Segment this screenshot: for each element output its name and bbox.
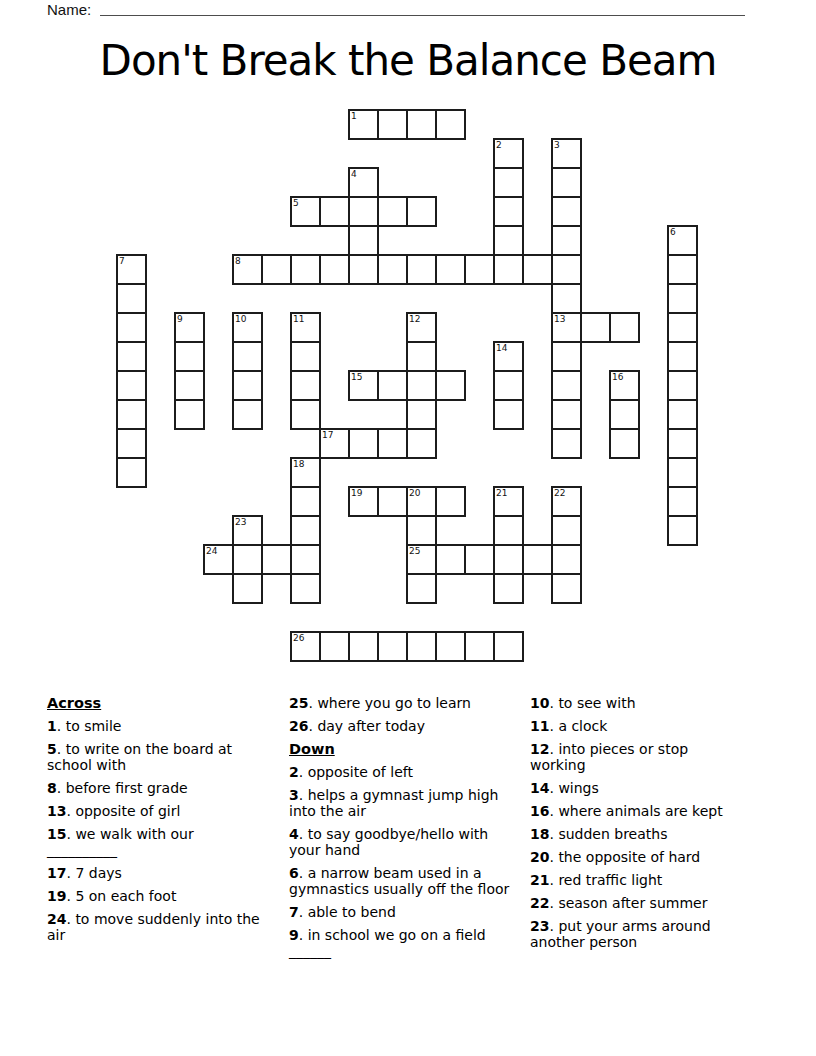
grid-cell-r3-c13[interactable] [493,196,524,227]
clue-across-24: 24. to move suddenly into the air [47,911,261,943]
grid-cell-r15-c11[interactable] [435,544,466,575]
grid-cell-r13-c11[interactable] [435,486,466,517]
grid-cell-r7-c15[interactable]: 13 [551,312,582,343]
grid-cell-r14-c13[interactable] [493,515,524,546]
grid-cell-r11-c8[interactable] [348,428,379,459]
grid-cell-r7-c19[interactable] [667,312,698,343]
grid-cell-r3-c9[interactable] [377,196,408,227]
cell-number: 16 [612,372,623,382]
grid-cell-r10-c0[interactable] [116,399,147,430]
clue-number: 16 [530,803,549,819]
grid-cell-r4-c13[interactable] [493,225,524,256]
cell-number: 7 [119,256,125,266]
cell-number: 19 [351,488,362,498]
grid-cell-r4-c15[interactable] [551,225,582,256]
grid-cell-r5-c11[interactable] [435,254,466,285]
cell-number: 6 [670,227,676,237]
grid-cell-r5-c14[interactable] [522,254,553,285]
grid-cell-r18-c12[interactable] [464,631,495,662]
cell-number: 14 [496,343,507,353]
cell-number: 21 [496,488,507,498]
clue-text: . before first grade [57,780,188,796]
clue-text: . we walk with our __________ [47,826,194,858]
grid-cell-r0-c9[interactable] [377,109,408,140]
clue-number: 24 [47,911,66,927]
clue-text: . 5 on each foot [66,888,176,904]
grid-cell-r15-c10[interactable]: 25 [406,544,437,575]
clue-text: . able to bend [299,904,396,920]
cell-number: 25 [409,546,420,556]
clue-down-6: 6. a narrow beam used in a gymnastics us… [289,865,517,897]
cell-number: 18 [293,459,304,469]
grid-cell-r16-c13[interactable] [493,573,524,604]
grid-cell-r8-c15[interactable] [551,341,582,372]
clue-down-2: 2. opposite of left [289,764,517,780]
cell-number: 23 [235,517,246,527]
grid-cell-r18-c13[interactable] [493,631,524,662]
grid-cell-r13-c13[interactable]: 21 [493,486,524,517]
cell-number: 11 [293,314,304,324]
grid-cell-r5-c10[interactable] [406,254,437,285]
grid-cell-r9-c15[interactable] [551,370,582,401]
grid-cell-r15-c5[interactable] [261,544,292,575]
grid-cell-r6-c19[interactable] [667,283,698,314]
clue-down-14: 14. wings [530,780,725,796]
clue-down-12: 12. into pieces or stop working [530,741,725,773]
clue-number: 3 [289,787,299,803]
grid-cell-r9-c0[interactable] [116,370,147,401]
grid-cell-r8-c2[interactable] [174,341,205,372]
grid-cell-r11-c10[interactable] [406,428,437,459]
grid-cell-r10-c10[interactable] [406,399,437,430]
grid-cell-r10-c2[interactable] [174,399,205,430]
clue-across-8: 8. before first grade [47,780,261,796]
clue-number: 14 [530,780,549,796]
grid-cell-r5-c7[interactable] [319,254,350,285]
grid-cell-r15-c15[interactable] [551,544,582,575]
grid-cell-r7-c0[interactable] [116,312,147,343]
grid-cell-r13-c8[interactable]: 19 [348,486,379,517]
cell-number: 9 [177,314,183,324]
grid-cell-r11-c9[interactable] [377,428,408,459]
cell-number: 3 [554,140,560,150]
grid-cell-r18-c7[interactable] [319,631,350,662]
grid-cell-r18-c10[interactable] [406,631,437,662]
clue-text: . 7 days [66,865,121,881]
cell-number: 2 [496,140,502,150]
grid-cell-r14-c4[interactable]: 23 [232,515,263,546]
grid-cell-r2-c8[interactable]: 4 [348,167,379,198]
grid-cell-r18-c9[interactable] [377,631,408,662]
grid-cell-r8-c19[interactable] [667,341,698,372]
grid-cell-r12-c0[interactable] [116,457,147,488]
clue-number: 8 [47,780,57,796]
clue-text: . to smile [57,718,122,734]
grid-cell-r18-c6[interactable]: 26 [290,631,321,662]
clue-number: 1 [47,718,57,734]
clue-number: 17 [47,865,66,881]
clue-text: . sudden breaths [549,826,667,842]
grid-cell-r6-c15[interactable] [551,283,582,314]
grid-cell-r9-c9[interactable] [377,370,408,401]
cell-number: 8 [235,256,241,266]
name-label: Name: [47,1,91,18]
clue-text: . wings [549,780,598,796]
clue-text: . to move suddenly into the air [47,911,260,943]
grid-cell-r15-c13[interactable] [493,544,524,575]
grid-cell-r7-c4[interactable]: 10 [232,312,263,343]
cell-number: 12 [409,314,420,324]
grid-cell-r11-c15[interactable] [551,428,582,459]
grid-cell-r8-c0[interactable] [116,341,147,372]
clue-across-17: 17. 7 days [47,865,261,881]
grid-cell-r5-c5[interactable] [261,254,292,285]
grid-cell-r3-c10[interactable] [406,196,437,227]
name-line[interactable] [100,15,745,16]
clue-text: . a narrow beam used in a gymnastics usu… [289,865,509,897]
grid-cell-r11-c17[interactable] [609,428,640,459]
clue-number: 25 [289,695,308,711]
grid-cell-r9-c19[interactable] [667,370,698,401]
grid-cell-r9-c4[interactable] [232,370,263,401]
grid-cell-r16-c4[interactable] [232,573,263,604]
grid-cell-r7-c10[interactable]: 12 [406,312,437,343]
clues-column-3: 10. to see with11. a clock12. into piece… [530,695,725,957]
cell-number: 22 [554,488,565,498]
grid-cell-r8-c6[interactable] [290,341,321,372]
clue-text: . opposite of girl [66,803,180,819]
crossword-grid: 1234567891011121314151617181920212223242… [117,110,697,661]
clue-number: 13 [47,803,66,819]
clue-text: . in school we go on a field ______ [289,927,486,959]
clue-text: . day after today [308,718,424,734]
grid-cell-r10-c4[interactable] [232,399,263,430]
grid-cell-r7-c6[interactable]: 11 [290,312,321,343]
grid-cell-r14-c15[interactable] [551,515,582,546]
grid-cell-r10-c15[interactable] [551,399,582,430]
grid-cell-r16-c15[interactable] [551,573,582,604]
clues-column-1: Across1. to smile5. to write on the boar… [47,695,261,950]
grid-cell-r8-c13[interactable]: 14 [493,341,524,372]
cell-number: 26 [293,633,304,643]
grid-cell-r3-c6[interactable]: 5 [290,196,321,227]
grid-cell-r6-c0[interactable] [116,283,147,314]
clue-text: . where animals are kept [549,803,722,819]
clue-text: . a clock [549,718,607,734]
grid-cell-r15-c4[interactable] [232,544,263,575]
cell-number: 10 [235,314,246,324]
clue-number: 4 [289,826,299,842]
clues-column-2: 25. where you go to learn26. day after t… [289,695,517,966]
clue-number: 12 [530,741,549,757]
clue-number: 6 [289,865,299,881]
clue-down-11: 11. a clock [530,718,725,734]
grid-cell-r5-c6[interactable] [290,254,321,285]
clue-text: . season after summer [549,895,707,911]
clue-text: . to say goodbye/hello with your hand [289,826,488,858]
grid-cell-r9-c13[interactable] [493,370,524,401]
clue-number: 19 [47,888,66,904]
clue-text: . into pieces or stop working [530,741,688,773]
clue-text: . the opposite of hard [549,849,700,865]
clue-across-26: 26. day after today [289,718,517,734]
grid-cell-r14-c19[interactable] [667,515,698,546]
clue-across-25: 25. where you go to learn [289,695,517,711]
down-heading: Down [289,741,517,757]
clue-text: . to write on the board at school with [47,741,232,773]
clue-number: 2 [289,764,299,780]
grid-cell-r9-c8[interactable]: 15 [348,370,379,401]
clue-across-13: 13. opposite of girl [47,803,261,819]
cell-number: 17 [322,430,333,440]
clue-number: 18 [530,826,549,842]
clue-number: 11 [530,718,549,734]
clue-down-21: 21. red traffic light [530,872,725,888]
grid-cell-r4-c8[interactable] [348,225,379,256]
grid-cell-r3-c7[interactable] [319,196,350,227]
clue-down-3: 3. helps a gymnast jump high into the ai… [289,787,517,819]
clue-number: 20 [530,849,549,865]
grid-cell-r10-c13[interactable] [493,399,524,430]
clue-down-22: 22. season after summer [530,895,725,911]
grid-cell-r1-c15[interactable]: 3 [551,138,582,169]
grid-cell-r5-c8[interactable] [348,254,379,285]
clue-number: 10 [530,695,549,711]
grid-cell-r16-c6[interactable] [290,573,321,604]
grid-cell-r3-c8[interactable] [348,196,379,227]
clue-number: 15 [47,826,66,842]
grid-cell-r5-c12[interactable] [464,254,495,285]
grid-cell-r4-c19[interactable]: 6 [667,225,698,256]
grid-cell-r0-c11[interactable] [435,109,466,140]
cell-number: 13 [554,314,565,324]
grid-cell-r11-c19[interactable] [667,428,698,459]
clue-text: . helps a gymnast jump high into the air [289,787,498,819]
grid-cell-r15-c6[interactable] [290,544,321,575]
grid-cell-r5-c9[interactable] [377,254,408,285]
clue-down-9: 9. in school we go on a field ______ [289,927,517,959]
grid-cell-r18-c8[interactable] [348,631,379,662]
grid-cell-r8-c10[interactable] [406,341,437,372]
clue-number: 23 [530,918,549,934]
grid-cell-r5-c15[interactable] [551,254,582,285]
grid-cell-r8-c4[interactable] [232,341,263,372]
grid-cell-r16-c10[interactable] [406,573,437,604]
clue-number: 9 [289,927,299,943]
clue-across-15: 15. we walk with our __________ [47,826,261,858]
grid-cell-r5-c13[interactable] [493,254,524,285]
grid-cell-r1-c13[interactable]: 2 [493,138,524,169]
cell-number: 4 [351,169,357,179]
clue-down-16: 16. where animals are kept [530,803,725,819]
clue-number: 7 [289,904,299,920]
grid-cell-r10-c17[interactable] [609,399,640,430]
grid-cell-r11-c0[interactable] [116,428,147,459]
grid-cell-r9-c10[interactable] [406,370,437,401]
grid-cell-r13-c9[interactable] [377,486,408,517]
clue-down-10: 10. to see with [530,695,725,711]
grid-cell-r15-c14[interactable] [522,544,553,575]
grid-cell-r7-c17[interactable] [609,312,640,343]
clue-number: 5 [47,741,57,757]
grid-cell-r7-c2[interactable]: 9 [174,312,205,343]
grid-cell-r10-c6[interactable] [290,399,321,430]
worksheet-page: Name: Don't Break the Balance Beam 12345… [0,0,816,1056]
clue-down-23: 23. put your arms around another person [530,918,725,950]
grid-cell-r13-c6[interactable] [290,486,321,517]
grid-cell-r13-c10[interactable]: 20 [406,486,437,517]
clue-number: 22 [530,895,549,911]
grid-cell-r0-c10[interactable] [406,109,437,140]
clue-down-18: 18. sudden breaths [530,826,725,842]
across-heading: Across [47,695,261,711]
grid-cell-r0-c8[interactable]: 1 [348,109,379,140]
grid-cell-r15-c3[interactable]: 24 [203,544,234,575]
grid-cell-r13-c15[interactable]: 22 [551,486,582,517]
clue-number: 21 [530,872,549,888]
grid-cell-r15-c12[interactable] [464,544,495,575]
grid-cell-r12-c6[interactable]: 18 [290,457,321,488]
grid-cell-r9-c17[interactable]: 16 [609,370,640,401]
clue-across-1: 1. to smile [47,718,261,734]
grid-cell-r14-c10[interactable] [406,515,437,546]
grid-cell-r11-c7[interactable]: 17 [319,428,350,459]
clue-across-5: 5. to write on the board at school with [47,741,261,773]
clue-number: 26 [289,718,308,734]
puzzle-title: Don't Break the Balance Beam [0,36,816,85]
clue-text: . red traffic light [549,872,662,888]
grid-cell-r7-c16[interactable] [580,312,611,343]
grid-cell-r5-c0[interactable]: 7 [116,254,147,285]
grid-cell-r9-c11[interactable] [435,370,466,401]
clue-down-7: 7. able to bend [289,904,517,920]
cell-number: 24 [206,546,217,556]
grid-cell-r18-c11[interactable] [435,631,466,662]
grid-cell-r14-c6[interactable] [290,515,321,546]
grid-cell-r5-c19[interactable] [667,254,698,285]
cell-number: 15 [351,372,362,382]
cell-number: 20 [409,488,420,498]
grid-cell-r2-c13[interactable] [493,167,524,198]
cell-number: 5 [293,198,299,208]
grid-cell-r9-c2[interactable] [174,370,205,401]
grid-cell-r13-c19[interactable] [667,486,698,517]
clue-text: . opposite of left [299,764,413,780]
cell-number: 1 [351,111,357,121]
clue-text: . where you go to learn [308,695,470,711]
clue-text: . to see with [549,695,635,711]
grid-cell-r2-c15[interactable] [551,167,582,198]
grid-cell-r3-c15[interactable] [551,196,582,227]
grid-cell-r9-c6[interactable] [290,370,321,401]
grid-cell-r10-c19[interactable] [667,399,698,430]
clue-text: . put your arms around another person [530,918,711,950]
clue-across-19: 19. 5 on each foot [47,888,261,904]
clue-down-20: 20. the opposite of hard [530,849,725,865]
clue-down-4: 4. to say goodbye/hello with your hand [289,826,517,858]
grid-cell-r5-c4[interactable]: 8 [232,254,263,285]
grid-cell-r12-c19[interactable] [667,457,698,488]
